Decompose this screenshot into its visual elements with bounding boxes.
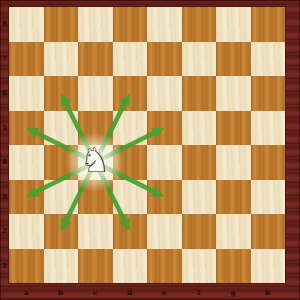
square-b6[interactable] [44,76,79,111]
white-knight[interactable]: ♞ ♘ [78,145,113,180]
square-g1[interactable] [216,249,251,284]
square-a7[interactable] [9,42,44,77]
square-f4[interactable] [182,145,217,180]
square-c2[interactable] [78,214,113,249]
file-label-b: b [55,289,67,297]
square-a1[interactable] [9,249,44,284]
square-a2[interactable] [9,214,44,249]
square-b4[interactable] [44,145,79,180]
square-g6[interactable] [216,76,251,111]
square-d3[interactable] [113,180,148,215]
square-f7[interactable] [182,42,217,77]
square-e5[interactable] [147,111,182,146]
square-h5[interactable] [251,111,286,146]
square-e4[interactable] [147,145,182,180]
rank-label-1: 1 [0,262,9,270]
square-d2[interactable] [113,214,148,249]
square-f1[interactable] [182,249,217,284]
knight-glyph-outline: ♘ [80,143,111,178]
square-e1[interactable] [147,249,182,284]
square-d8[interactable] [113,7,148,42]
square-g2[interactable] [216,214,251,249]
file-label-g: g [227,289,239,297]
square-e6[interactable] [147,76,182,111]
square-c8[interactable] [78,7,113,42]
square-a3[interactable] [9,180,44,215]
square-e3[interactable] [147,180,182,215]
square-b8[interactable] [44,7,79,42]
rank-label-2: 2 [0,227,9,235]
square-a8[interactable] [9,7,44,42]
square-g4[interactable] [216,145,251,180]
square-d7[interactable] [113,42,148,77]
square-g3[interactable] [216,180,251,215]
square-d4[interactable] [113,145,148,180]
file-label-c: c [89,289,101,297]
square-a6[interactable] [9,76,44,111]
square-c1[interactable] [78,249,113,284]
square-f5[interactable] [182,111,217,146]
square-h7[interactable] [251,42,286,77]
square-c6[interactable] [78,76,113,111]
square-f3[interactable] [182,180,217,215]
rank-label-3: 3 [0,193,9,201]
file-label-f: f [193,289,205,297]
rank-label-7: 7 [0,55,9,63]
chess-board [9,7,285,283]
file-label-a: a [20,289,32,297]
square-e8[interactable] [147,7,182,42]
square-d1[interactable] [113,249,148,284]
square-h4[interactable] [251,145,286,180]
square-g7[interactable] [216,42,251,77]
file-label-d: d [124,289,136,297]
square-g8[interactable] [216,7,251,42]
square-f6[interactable] [182,76,217,111]
square-c7[interactable] [78,42,113,77]
square-h8[interactable] [251,7,286,42]
square-h2[interactable] [251,214,286,249]
square-a5[interactable] [9,111,44,146]
square-b5[interactable] [44,111,79,146]
square-f2[interactable] [182,214,217,249]
square-b2[interactable] [44,214,79,249]
square-h1[interactable] [251,249,286,284]
square-d5[interactable] [113,111,148,146]
square-g5[interactable] [216,111,251,146]
square-e7[interactable] [147,42,182,77]
square-e2[interactable] [147,214,182,249]
square-d6[interactable] [113,76,148,111]
square-b3[interactable] [44,180,79,215]
file-label-e: e [158,289,170,297]
rank-label-8: 8 [0,20,9,28]
square-f8[interactable] [182,7,217,42]
file-label-h: h [262,289,274,297]
rank-label-6: 6 [0,89,9,97]
square-b1[interactable] [44,249,79,284]
square-c3[interactable] [78,180,113,215]
square-h3[interactable] [251,180,286,215]
chess-board-frame: 87654321abcdefgh ♞ ♘ [0,0,300,300]
square-a4[interactable] [9,145,44,180]
square-b7[interactable] [44,42,79,77]
rank-label-5: 5 [0,124,9,132]
square-h6[interactable] [251,76,286,111]
rank-label-4: 4 [0,158,9,166]
